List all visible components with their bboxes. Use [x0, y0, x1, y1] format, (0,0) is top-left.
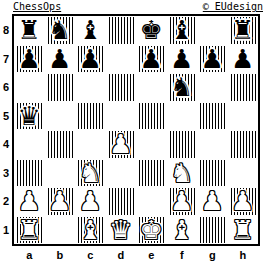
square-d6	[106, 73, 137, 102]
black-rook: ♜	[231, 17, 254, 43]
square-f2: ♟	[167, 187, 198, 216]
white-rook: ♜	[231, 217, 254, 243]
square-h4	[228, 130, 259, 159]
rank-label-8: 8	[0, 16, 12, 45]
square-c3: ♞	[75, 159, 106, 188]
square-g6	[197, 73, 228, 102]
square-h7: ♟	[228, 45, 259, 74]
black-pawn: ♟	[48, 46, 71, 72]
square-c2: ♟	[75, 187, 106, 216]
black-queen: ♛	[18, 103, 41, 129]
square-g4	[197, 130, 228, 159]
white-pawn: ♟	[79, 188, 102, 214]
square-b8: ♞	[45, 16, 76, 45]
white-knight: ♞	[170, 160, 193, 186]
black-bishop: ♝	[79, 17, 102, 43]
file-label-g: g	[197, 249, 228, 261]
square-a2: ♟	[14, 187, 45, 216]
square-a3	[14, 159, 45, 188]
square-b7: ♟	[45, 45, 76, 74]
black-king: ♚	[140, 17, 163, 43]
chessboard: ♜♞♝♚♝♜♟♟♟♟♟♟♟♞♛♟♞♞♟♟♟♟♟♟♜♝♛♚♝♜	[12, 14, 260, 246]
square-g2: ♟	[197, 187, 228, 216]
square-d2	[106, 187, 137, 216]
square-f1: ♝	[167, 216, 198, 245]
square-e7: ♟	[136, 45, 167, 74]
square-a7: ♟	[14, 45, 45, 74]
black-pawn: ♟	[201, 46, 224, 72]
square-h2: ♟	[228, 187, 259, 216]
file-label-f: f	[167, 249, 198, 261]
square-b4	[45, 130, 76, 159]
square-a1: ♜	[14, 216, 45, 245]
file-label-a: a	[14, 249, 45, 261]
rank-label-4: 4	[0, 130, 12, 159]
square-e6	[136, 73, 167, 102]
square-g5	[197, 102, 228, 131]
rank-label-2: 2	[0, 187, 12, 216]
white-rook: ♜	[18, 217, 41, 243]
black-pawn: ♟	[170, 46, 193, 72]
square-a8: ♜	[14, 16, 45, 45]
rank-labels: 87654321	[0, 16, 12, 244]
app-title: ChessOps	[13, 1, 61, 12]
square-e8: ♚	[136, 16, 167, 45]
square-g8	[197, 16, 228, 45]
square-d7	[106, 45, 137, 74]
rank-label-6: 6	[0, 73, 12, 102]
square-c7: ♟	[75, 45, 106, 74]
black-rook: ♜	[18, 17, 41, 43]
black-pawn: ♟	[140, 46, 163, 72]
square-f6: ♞	[167, 73, 198, 102]
square-c6	[75, 73, 106, 102]
rank-label-3: 3	[0, 159, 12, 188]
square-b3	[45, 159, 76, 188]
file-label-e: e	[136, 249, 167, 261]
square-g3	[197, 159, 228, 188]
black-pawn: ♟	[18, 46, 41, 72]
rank-label-5: 5	[0, 102, 12, 131]
white-pawn: ♟	[18, 188, 41, 214]
black-pawn: ♟	[79, 46, 102, 72]
square-b6	[45, 73, 76, 102]
square-e5	[136, 102, 167, 131]
white-bishop: ♝	[79, 217, 102, 243]
rank-label-7: 7	[0, 45, 12, 74]
file-label-h: h	[228, 249, 259, 261]
white-bishop: ♝	[170, 217, 193, 243]
square-g1	[197, 216, 228, 245]
square-b5	[45, 102, 76, 131]
square-f8: ♝	[167, 16, 198, 45]
white-queen: ♛	[109, 217, 132, 243]
black-bishop: ♝	[170, 17, 193, 43]
square-e4	[136, 130, 167, 159]
square-c8: ♝	[75, 16, 106, 45]
white-pawn: ♟	[170, 188, 193, 214]
square-b2: ♟	[45, 187, 76, 216]
square-a6	[14, 73, 45, 102]
square-d1: ♛	[106, 216, 137, 245]
black-knight: ♞	[170, 74, 193, 100]
square-f5	[167, 102, 198, 131]
white-pawn: ♟	[201, 188, 224, 214]
square-c4	[75, 130, 106, 159]
square-h1: ♜	[228, 216, 259, 245]
square-e2	[136, 187, 167, 216]
square-g7: ♟	[197, 45, 228, 74]
square-f7: ♟	[167, 45, 198, 74]
square-e1: ♚	[136, 216, 167, 245]
square-h5	[228, 102, 259, 131]
square-a4	[14, 130, 45, 159]
square-d4: ♟	[106, 130, 137, 159]
file-label-b: b	[45, 249, 76, 261]
square-f4	[167, 130, 198, 159]
square-h8: ♜	[228, 16, 259, 45]
square-a5: ♛	[14, 102, 45, 131]
square-d3	[106, 159, 137, 188]
square-d8	[106, 16, 137, 45]
square-h6	[228, 73, 259, 102]
black-pawn: ♟	[231, 46, 254, 72]
white-pawn: ♟	[231, 188, 254, 214]
square-f3: ♞	[167, 159, 198, 188]
white-knight: ♞	[79, 160, 102, 186]
rank-label-1: 1	[0, 216, 12, 245]
file-label-d: d	[106, 249, 137, 261]
square-e3	[136, 159, 167, 188]
title-bar: ChessOps © EUdesign	[13, 1, 263, 12]
square-h3	[228, 159, 259, 188]
square-c5	[75, 102, 106, 131]
square-c1: ♝	[75, 216, 106, 245]
white-pawn: ♟	[109, 131, 132, 157]
square-d5	[106, 102, 137, 131]
file-label-c: c	[75, 249, 106, 261]
black-knight: ♞	[48, 17, 71, 43]
square-b1	[45, 216, 76, 245]
white-king: ♚	[140, 217, 163, 243]
copyright-label: © EUdesign	[203, 1, 263, 12]
file-labels: abcdefgh	[14, 249, 258, 261]
white-pawn: ♟	[48, 188, 71, 214]
